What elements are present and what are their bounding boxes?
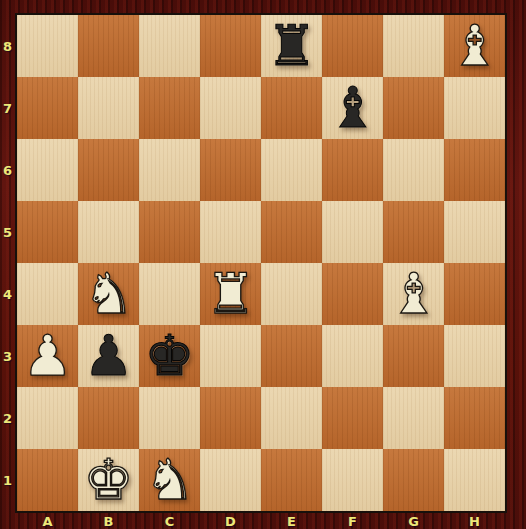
square-h3[interactable] — [444, 325, 505, 387]
square-f8[interactable] — [322, 15, 383, 77]
rank-label-2: 2 — [0, 387, 15, 449]
square-e2[interactable] — [261, 387, 322, 449]
square-f6[interactable] — [322, 139, 383, 201]
square-e5[interactable] — [261, 201, 322, 263]
square-g4[interactable]: ♝ — [383, 263, 444, 325]
square-e8[interactable]: ♜ — [261, 15, 322, 77]
square-h7[interactable] — [444, 77, 505, 139]
chess-board: ♜♝♝♞♜♝♟♟♚♚♞ — [15, 13, 507, 513]
square-a7[interactable] — [17, 77, 78, 139]
square-c8[interactable] — [139, 15, 200, 77]
square-b8[interactable] — [78, 15, 139, 77]
rank-label-5: 5 — [0, 201, 15, 263]
square-b1[interactable]: ♚ — [78, 449, 139, 511]
square-a1[interactable] — [17, 449, 78, 511]
file-label-d: D — [200, 513, 261, 529]
square-f2[interactable] — [322, 387, 383, 449]
square-a8[interactable] — [17, 15, 78, 77]
square-e4[interactable] — [261, 263, 322, 325]
square-f1[interactable] — [322, 449, 383, 511]
square-g1[interactable] — [383, 449, 444, 511]
square-g8[interactable] — [383, 15, 444, 77]
piece-white-bishop[interactable]: ♝ — [388, 263, 438, 325]
board-frame: ♜♝♝♞♜♝♟♟♚♚♞ 87654321ABCDEFGH — [0, 0, 526, 529]
square-h4[interactable] — [444, 263, 505, 325]
file-label-b: B — [78, 513, 139, 529]
square-b6[interactable] — [78, 139, 139, 201]
square-d6[interactable] — [200, 139, 261, 201]
rank-label-8: 8 — [0, 15, 15, 77]
square-d8[interactable] — [200, 15, 261, 77]
rank-label-7: 7 — [0, 77, 15, 139]
square-b7[interactable] — [78, 77, 139, 139]
square-g2[interactable] — [383, 387, 444, 449]
file-label-g: G — [383, 513, 444, 529]
file-label-f: F — [322, 513, 383, 529]
square-b5[interactable] — [78, 201, 139, 263]
square-c6[interactable] — [139, 139, 200, 201]
square-e7[interactable] — [261, 77, 322, 139]
file-label-a: A — [17, 513, 78, 529]
square-c5[interactable] — [139, 201, 200, 263]
square-d1[interactable] — [200, 449, 261, 511]
square-f5[interactable] — [322, 201, 383, 263]
square-d5[interactable] — [200, 201, 261, 263]
square-e3[interactable] — [261, 325, 322, 387]
file-label-c: C — [139, 513, 200, 529]
square-c1[interactable]: ♞ — [139, 449, 200, 511]
square-h6[interactable] — [444, 139, 505, 201]
square-b4[interactable]: ♞ — [78, 263, 139, 325]
rank-label-1: 1 — [0, 449, 15, 511]
square-h2[interactable] — [444, 387, 505, 449]
square-a3[interactable]: ♟ — [17, 325, 78, 387]
square-f3[interactable] — [322, 325, 383, 387]
square-a2[interactable] — [17, 387, 78, 449]
square-c3[interactable]: ♚ — [139, 325, 200, 387]
file-label-h: H — [444, 513, 505, 529]
square-d7[interactable] — [200, 77, 261, 139]
square-h8[interactable]: ♝ — [444, 15, 505, 77]
square-c2[interactable] — [139, 387, 200, 449]
square-a4[interactable] — [17, 263, 78, 325]
square-c7[interactable] — [139, 77, 200, 139]
square-e1[interactable] — [261, 449, 322, 511]
piece-black-king[interactable]: ♚ — [144, 325, 194, 387]
square-a5[interactable] — [17, 201, 78, 263]
square-g7[interactable] — [383, 77, 444, 139]
square-d2[interactable] — [200, 387, 261, 449]
square-h1[interactable] — [444, 449, 505, 511]
piece-white-knight[interactable]: ♞ — [144, 449, 194, 511]
square-h5[interactable] — [444, 201, 505, 263]
piece-white-knight[interactable]: ♞ — [83, 263, 133, 325]
square-g5[interactable] — [383, 201, 444, 263]
square-e6[interactable] — [261, 139, 322, 201]
square-g6[interactable] — [383, 139, 444, 201]
square-b2[interactable] — [78, 387, 139, 449]
piece-black-pawn[interactable]: ♟ — [83, 325, 133, 387]
piece-black-rook[interactable]: ♜ — [266, 15, 316, 77]
square-c4[interactable] — [139, 263, 200, 325]
rank-label-3: 3 — [0, 325, 15, 387]
piece-white-bishop[interactable]: ♝ — [449, 15, 499, 77]
piece-white-king[interactable]: ♚ — [83, 449, 133, 511]
square-d4[interactable]: ♜ — [200, 263, 261, 325]
piece-white-pawn[interactable]: ♟ — [22, 325, 72, 387]
square-g3[interactable] — [383, 325, 444, 387]
rank-label-6: 6 — [0, 139, 15, 201]
piece-white-rook[interactable]: ♜ — [205, 263, 255, 325]
rank-label-4: 4 — [0, 263, 15, 325]
square-b3[interactable]: ♟ — [78, 325, 139, 387]
square-a6[interactable] — [17, 139, 78, 201]
file-label-e: E — [261, 513, 322, 529]
square-d3[interactable] — [200, 325, 261, 387]
square-f4[interactable] — [322, 263, 383, 325]
square-f7[interactable]: ♝ — [322, 77, 383, 139]
piece-black-bishop[interactable]: ♝ — [327, 77, 377, 139]
